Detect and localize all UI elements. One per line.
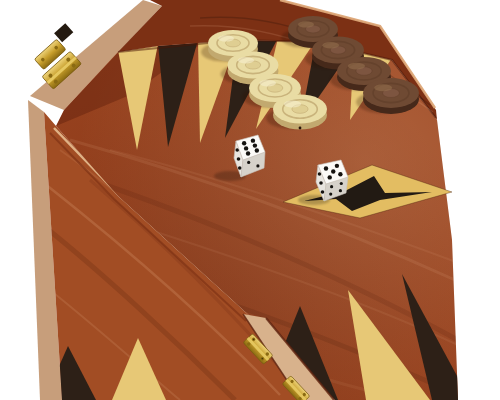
die-pip: [253, 143, 257, 147]
die-pip: [242, 141, 246, 145]
die-pip: [247, 161, 250, 164]
die-pip: [330, 185, 333, 188]
die-pip: [318, 172, 322, 176]
brown-checker-highlight: [374, 84, 392, 91]
photo-backgammon-set: [0, 0, 500, 400]
die-pip: [324, 166, 328, 170]
die-pip: [321, 190, 325, 194]
brown-checker-highlight: [298, 21, 314, 27]
die-pip: [251, 138, 255, 142]
white-checker-highlight: [284, 100, 301, 107]
die-pip: [328, 175, 332, 179]
white-checker-highlight: [259, 80, 276, 87]
die-pip: [238, 166, 242, 170]
die-pip: [331, 169, 335, 173]
die-pip: [244, 146, 248, 150]
wood-speck: [299, 127, 302, 130]
die-pip: [256, 164, 259, 167]
die-pip: [246, 151, 250, 155]
white-checker-highlight: [218, 35, 234, 41]
die-pip: [338, 172, 342, 176]
backgammon-scene: [0, 0, 500, 400]
white-checker-highlight: [238, 57, 254, 63]
brown-checker-highlight: [322, 42, 339, 48]
die-pip: [329, 192, 332, 195]
die-pip: [335, 164, 339, 168]
die-pip: [340, 182, 343, 185]
left-hinge-latch: [54, 23, 73, 42]
die-pip: [235, 148, 239, 152]
die-pip: [255, 148, 259, 152]
die-pip: [319, 181, 323, 185]
die-pip: [237, 157, 241, 161]
brown-checker-highlight: [348, 63, 365, 70]
die-pip: [339, 189, 342, 192]
